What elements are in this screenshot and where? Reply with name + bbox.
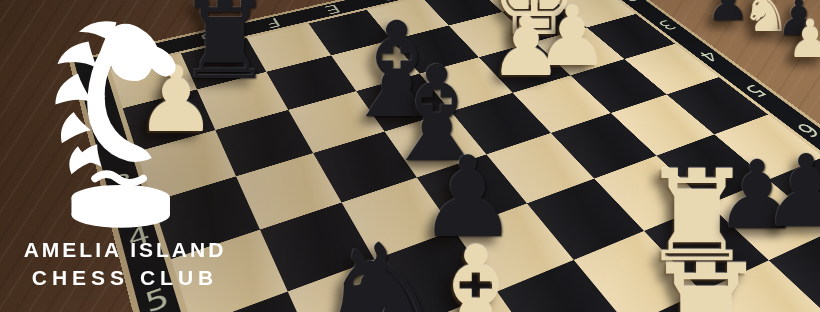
club-name-line2: CHESS CLUB: [16, 266, 234, 290]
knight-logo-icon: [50, 20, 200, 232]
offboard-white-pawn-3: ♟: [787, 13, 820, 65]
piece-white-pawn-c3: ♟: [489, 6, 563, 88]
piece-white-rook-d8: ♜: [642, 246, 769, 312]
club-logo: AMELIA ISLAND CHESS CLUB: [16, 14, 234, 290]
club-name-line1: AMELIA ISLAND: [16, 238, 234, 262]
piece-white-bishop-f7: ♝: [411, 227, 541, 312]
chess-club-banner: HGFEDCBA1122334455667788 ♜♟♚♟♟♝♝♟♜♜♞♝♟♟♟…: [0, 0, 820, 312]
piece-black-pawn-a7: ♟: [761, 142, 820, 242]
